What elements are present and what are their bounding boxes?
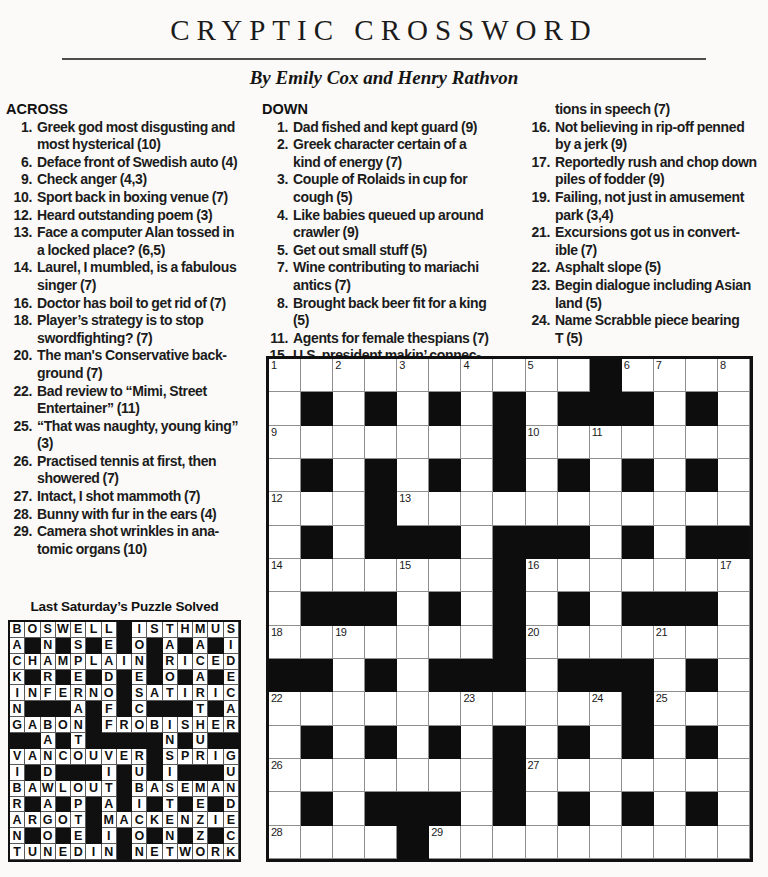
clue-text: “That was naughty, young king” (3) <box>37 418 238 453</box>
grid-cell[interactable] <box>397 692 429 725</box>
grid-cell[interactable] <box>333 826 365 859</box>
solved-cell-black <box>163 701 178 717</box>
clue-number: 23. <box>524 277 555 312</box>
grid-clue-number: 13 <box>399 492 410 505</box>
grid-cell[interactable] <box>718 592 750 625</box>
grid-cell[interactable]: 12 <box>269 492 301 525</box>
clue-text: Excursions got us in convert- ible (7) <box>555 224 740 259</box>
grid-cell[interactable] <box>461 526 493 559</box>
grid-cell[interactable] <box>333 759 365 792</box>
grid-cell[interactable] <box>558 692 590 725</box>
clue-text: Deface front of Swedish auto (4) <box>37 154 237 172</box>
solved-cell-letter: B <box>132 781 147 797</box>
solved-cell-letter: A <box>10 812 25 828</box>
grid-cell[interactable] <box>301 826 333 859</box>
solved-cell-letter: M <box>102 812 117 828</box>
grid-cell[interactable] <box>718 826 750 859</box>
grid-cell-black <box>622 459 654 492</box>
grid-cell-black <box>429 726 461 759</box>
grid-cell[interactable] <box>365 759 397 792</box>
grid-cell[interactable] <box>558 426 590 459</box>
grid-cell[interactable]: 1 <box>269 359 301 392</box>
solved-cell-letter: N <box>224 781 239 797</box>
grid-cell[interactable] <box>333 392 365 425</box>
grid-cell[interactable]: 22 <box>269 692 301 725</box>
grid-cell[interactable] <box>526 792 558 825</box>
grid-cell[interactable] <box>622 759 654 792</box>
grid-cell[interactable] <box>429 359 461 392</box>
grid-cell[interactable] <box>461 492 493 525</box>
clue: 3.Couple of Rolaids in cup for cough (5) <box>262 171 514 206</box>
solved-cell-letter: R <box>193 749 208 765</box>
clue-number: 13. <box>6 224 37 259</box>
grid-cell[interactable]: 21 <box>654 626 686 659</box>
grid-cell-black <box>686 726 718 759</box>
grid-cell[interactable] <box>558 759 590 792</box>
grid-cell[interactable] <box>493 826 525 859</box>
grid-cell[interactable] <box>397 426 429 459</box>
grid-cell[interactable] <box>654 659 686 692</box>
grid-cell[interactable] <box>365 626 397 659</box>
grid-cell[interactable] <box>718 659 750 692</box>
solved-cell-letter: G <box>10 717 25 733</box>
solved-cell-letter: D <box>71 844 86 860</box>
grid-cell[interactable] <box>558 626 590 659</box>
solved-cell-letter: C <box>132 701 147 717</box>
grid-cell[interactable] <box>686 559 718 592</box>
grid-cell-black <box>654 592 686 625</box>
solved-cell-letter: H <box>25 654 40 670</box>
grid-cell[interactable] <box>686 626 718 659</box>
grid-cell[interactable] <box>461 592 493 625</box>
grid-cell[interactable]: 6 <box>622 359 654 392</box>
grid-clue-number: 20 <box>528 626 539 639</box>
grid-cell-black <box>493 792 525 825</box>
grid-cell[interactable] <box>429 426 461 459</box>
grid-cell[interactable]: 4 <box>461 359 493 392</box>
grid-cell[interactable] <box>269 459 301 492</box>
grid-cell[interactable] <box>718 759 750 792</box>
grid-clue-number: 15 <box>399 559 410 572</box>
grid-cell[interactable] <box>269 592 301 625</box>
clue-text: Face a computer Alan tossed in a locked … <box>37 224 234 259</box>
solved-cell-letter: B <box>10 781 25 797</box>
grid-clue-number: 1 <box>271 359 277 372</box>
grid-cell[interactable] <box>493 692 525 725</box>
grid-cell[interactable] <box>622 426 654 459</box>
solved-cell-black <box>147 638 162 654</box>
grid-cell[interactable] <box>654 426 686 459</box>
solved-cell-letter: S <box>147 622 162 638</box>
grid-cell[interactable] <box>590 459 622 492</box>
solved-cell-letter: U <box>224 765 239 781</box>
clue: 22.Bad review to “Mimi, Street Entertain… <box>6 383 260 418</box>
solved-cell-letter: E <box>208 654 223 670</box>
solved-cell-letter: N <box>102 844 117 860</box>
clue-number: 29. <box>6 523 37 558</box>
grid-cell[interactable] <box>461 792 493 825</box>
grid-cell[interactable]: 28 <box>269 826 301 859</box>
grid-cell[interactable]: 24 <box>590 692 622 725</box>
solved-cell-black <box>208 701 223 717</box>
solved-cell-letter: P <box>178 749 193 765</box>
clue-number: 3. <box>262 171 293 206</box>
grid-clue-number: 23 <box>463 692 474 705</box>
solved-cell-letter: E <box>71 670 86 686</box>
puzzle-page: CRYPTIC CROSSWORD By Emily Cox and Henry… <box>0 0 768 877</box>
grid-cell[interactable] <box>333 526 365 559</box>
grid-cell[interactable]: 13 <box>397 492 429 525</box>
solved-cell-black <box>56 701 71 717</box>
grid-clue-number: 26 <box>271 759 282 772</box>
grid-cell[interactable] <box>333 792 365 825</box>
grid-cell-black <box>429 659 461 692</box>
grid-cell-black <box>493 759 525 792</box>
solved-cell-black <box>117 622 132 638</box>
grid-cell[interactable] <box>269 526 301 559</box>
grid-cell[interactable] <box>654 826 686 859</box>
solved-cell-black <box>147 765 162 781</box>
solved-cell-letter: D <box>224 797 239 813</box>
grid-cell-black <box>301 592 333 625</box>
grid-cell[interactable] <box>654 526 686 559</box>
grid-cell[interactable] <box>301 759 333 792</box>
byline: By Emily Cox and Henry Rathvon <box>0 67 768 89</box>
grid-cell[interactable] <box>429 692 461 725</box>
solved-cell-black <box>147 670 162 686</box>
clue-number: 19. <box>524 189 555 224</box>
grid-cell[interactable] <box>301 426 333 459</box>
solved-cell-black <box>86 797 101 813</box>
grid-cell[interactable] <box>461 826 493 859</box>
clue-number: 8. <box>262 295 293 330</box>
solved-cell-black <box>208 797 223 813</box>
clue-text: Greek character certain of a kind of ene… <box>293 136 466 171</box>
grid-cell-black <box>590 659 622 692</box>
grid-cell[interactable] <box>526 659 558 692</box>
grid-cell[interactable] <box>526 492 558 525</box>
grid-cell[interactable] <box>686 492 718 525</box>
grid-cell[interactable] <box>493 492 525 525</box>
down-clue-list-1: 1.Dad fished and kept guard (9)2.Greek c… <box>262 119 514 365</box>
clue: 7.Wine contributing to mariachi antics (… <box>262 259 514 294</box>
grid-cell[interactable] <box>654 559 686 592</box>
grid-cell[interactable]: 8 <box>718 359 750 392</box>
grid-cell[interactable]: 27 <box>526 759 558 792</box>
grid-cell[interactable] <box>654 759 686 792</box>
grid-cell[interactable]: 7 <box>654 359 686 392</box>
solved-cell-letter: A <box>102 797 117 813</box>
clue: 2.Greek character certain of a kind of e… <box>262 136 514 171</box>
grid-cell[interactable] <box>622 826 654 859</box>
grid-cell[interactable] <box>365 826 397 859</box>
grid-cell[interactable] <box>365 426 397 459</box>
grid-cell[interactable]: 3 <box>397 359 429 392</box>
solved-cell-letter: S <box>163 781 178 797</box>
solved-cell-letter: E <box>71 622 86 638</box>
grid-cell[interactable] <box>429 492 461 525</box>
grid-cell-black <box>365 592 397 625</box>
grid-cell[interactable] <box>333 659 365 692</box>
grid-cell[interactable] <box>590 526 622 559</box>
solved-cell-letter: N <box>41 844 56 860</box>
grid-clue-number: 7 <box>656 359 662 372</box>
solved-cell-letter: S <box>132 685 147 701</box>
grid-cell[interactable] <box>526 726 558 759</box>
grid-cell[interactable] <box>461 392 493 425</box>
grid-cell[interactable] <box>718 459 750 492</box>
clue: 9.Check anger (4,3) <box>6 171 260 189</box>
grid-cell-black <box>686 659 718 692</box>
grid-cell[interactable] <box>301 692 333 725</box>
grid-cell[interactable] <box>365 692 397 725</box>
grid-cell[interactable]: 29 <box>429 826 461 859</box>
solved-cell-letter: A <box>25 717 40 733</box>
solved-cell-black <box>56 797 71 813</box>
grid-cell[interactable] <box>397 626 429 659</box>
clue-number: 24. <box>524 312 555 347</box>
grid-cell[interactable] <box>397 759 429 792</box>
grid-cell[interactable] <box>397 726 429 759</box>
grid-cell[interactable] <box>654 492 686 525</box>
grid-cell[interactable] <box>654 726 686 759</box>
clue-number: 6. <box>6 154 37 172</box>
grid-cell[interactable] <box>461 559 493 592</box>
solved-cell-black <box>41 701 56 717</box>
grid-cell[interactable] <box>301 626 333 659</box>
grid-cell[interactable] <box>429 626 461 659</box>
solved-cell-letter: M <box>193 781 208 797</box>
grid-cell[interactable] <box>333 492 365 525</box>
solved-cell-letter: K <box>147 812 162 828</box>
solved-cell-letter: A <box>25 749 40 765</box>
grid-clue-number: 10 <box>528 426 539 439</box>
clue: 23.Begin dialogue including Asian land (… <box>524 277 766 312</box>
solved-cell-letter: R <box>25 812 40 828</box>
grid-cell[interactable] <box>718 692 750 725</box>
solved-cell-black <box>117 765 132 781</box>
solved-cell-letter: M <box>56 654 71 670</box>
clue-text: tions in speech (7) <box>555 101 670 119</box>
grid-cell[interactable]: 10 <box>526 426 558 459</box>
grid-cell-black <box>622 792 654 825</box>
solved-cell-black <box>208 670 223 686</box>
grid-cell[interactable] <box>718 426 750 459</box>
clue-text: Bad review to “Mimi, Street Entertainer”… <box>37 383 207 418</box>
solved-cell-letter: C <box>224 828 239 844</box>
grid-cell[interactable] <box>718 792 750 825</box>
clue: 29.Camera shot wrinkles in ana- tomic or… <box>6 523 260 558</box>
clue-number: 1. <box>6 119 37 154</box>
grid-cell[interactable] <box>397 659 429 692</box>
grid-cell[interactable] <box>590 626 622 659</box>
grid-cell[interactable] <box>365 559 397 592</box>
grid-cell[interactable] <box>686 826 718 859</box>
grid-cell[interactable] <box>718 726 750 759</box>
grid-cell[interactable]: 18 <box>269 626 301 659</box>
grid-cell[interactable] <box>558 559 590 592</box>
grid-cell[interactable] <box>301 359 333 392</box>
grid-cell[interactable] <box>269 726 301 759</box>
grid-cell[interactable] <box>333 426 365 459</box>
grid-cell[interactable]: 14 <box>269 559 301 592</box>
solved-cell-black <box>56 638 71 654</box>
solved-cell-letter: C <box>224 685 239 701</box>
grid-cell[interactable] <box>493 359 525 392</box>
solved-cell-letter: F <box>102 701 117 717</box>
grid-cell[interactable] <box>461 426 493 459</box>
grid-cell-black <box>558 726 590 759</box>
grid-cell[interactable] <box>429 759 461 792</box>
grid-cell-black <box>493 726 525 759</box>
grid-cell[interactable] <box>333 692 365 725</box>
grid-cell[interactable] <box>718 492 750 525</box>
clue: 14.Laurel, I mumbled, is a fabulous sing… <box>6 259 260 294</box>
solved-cell-letter: U <box>86 781 101 797</box>
grid-cell[interactable] <box>622 559 654 592</box>
grid-cell[interactable]: 2 <box>333 359 365 392</box>
clue-text: Laurel, I mumbled, is a fabulous singer … <box>37 259 236 294</box>
grid-cell-black <box>558 526 590 559</box>
clue-number: 5. <box>262 242 293 260</box>
clue: 1.Dad fished and kept guard (9) <box>262 119 514 137</box>
clue: 11.Agents for female thespians (7) <box>262 330 514 348</box>
grid-cell[interactable] <box>590 592 622 625</box>
grid-cell[interactable] <box>558 492 590 525</box>
grid-cell[interactable]: 15 <box>397 559 429 592</box>
solved-cell-letter: D <box>224 654 239 670</box>
grid-clue-number: 28 <box>271 826 282 839</box>
solved-cell-letter: R <box>71 685 86 701</box>
solved-cell-letter: I <box>86 844 101 860</box>
solved-cell-black <box>117 828 132 844</box>
clue-text: Bunny with fur in the ears (4) <box>37 506 216 524</box>
grid-cell[interactable] <box>558 359 590 392</box>
grid-cell[interactable] <box>333 726 365 759</box>
solved-cell-letter: I <box>117 654 132 670</box>
grid-cell[interactable] <box>333 559 365 592</box>
solved-cell-black <box>132 733 147 749</box>
grid-cell-black <box>558 459 590 492</box>
grid-cell-black <box>718 526 750 559</box>
grid-cell[interactable] <box>718 626 750 659</box>
grid-clue-number: 9 <box>271 426 277 439</box>
grid-cell[interactable]: 19 <box>333 626 365 659</box>
grid-cell[interactable] <box>461 626 493 659</box>
grid-cell[interactable] <box>397 592 429 625</box>
clue-text: Couple of Rolaids in cup for cough (5) <box>293 171 467 206</box>
grid-cell[interactable] <box>301 492 333 525</box>
solved-cell-letter: W <box>41 781 56 797</box>
grid-cell[interactable] <box>590 759 622 792</box>
grid-cell[interactable] <box>654 792 686 825</box>
solved-cell-letter: O <box>132 717 147 733</box>
grid-cell[interactable] <box>269 792 301 825</box>
solved-cell-letter: A <box>71 701 86 717</box>
grid-cell[interactable]: 20 <box>526 626 558 659</box>
solved-cell-letter: A <box>208 781 223 797</box>
grid-cell[interactable] <box>590 792 622 825</box>
solved-cell-letter: R <box>224 717 239 733</box>
grid-cell[interactable] <box>686 359 718 392</box>
grid-cell[interactable]: 5 <box>526 359 558 392</box>
grid-cell[interactable] <box>526 392 558 425</box>
solved-cell-letter: E <box>224 670 239 686</box>
grid-cell[interactable] <box>365 359 397 392</box>
solved-cell-letter: T <box>71 733 86 749</box>
grid-cell[interactable] <box>622 626 654 659</box>
grid-cell[interactable] <box>397 392 429 425</box>
grid-cell[interactable] <box>526 826 558 859</box>
solved-cell-letter: E <box>163 812 178 828</box>
grid-cell-black <box>622 526 654 559</box>
clue-number: 2. <box>262 136 293 171</box>
grid-cell[interactable] <box>718 392 750 425</box>
solved-cell-black <box>178 733 193 749</box>
solved-cell-black <box>25 701 40 717</box>
grid-cell[interactable] <box>654 459 686 492</box>
clue: 1.Greek god most disgusting and most hys… <box>6 119 260 154</box>
grid-cell[interactable] <box>686 426 718 459</box>
grid-cell[interactable]: 17 <box>718 559 750 592</box>
grid-cell[interactable] <box>333 459 365 492</box>
solved-cell-black <box>86 765 101 781</box>
grid-cell[interactable] <box>686 692 718 725</box>
grid-cell[interactable] <box>590 726 622 759</box>
grid-cell[interactable] <box>461 459 493 492</box>
solved-cell-letter: P <box>71 654 86 670</box>
clue: 16.Not believing in rip-off penned by a … <box>524 119 766 154</box>
grid-clue-number: 19 <box>335 626 346 639</box>
clue-number: 22. <box>524 259 555 277</box>
grid-cell[interactable] <box>590 559 622 592</box>
grid-cell[interactable]: 16 <box>526 559 558 592</box>
grid-cell[interactable] <box>654 392 686 425</box>
grid-cell[interactable] <box>526 692 558 725</box>
grid-clue-number: 24 <box>592 692 603 705</box>
grid-cell[interactable] <box>526 459 558 492</box>
grid-cell[interactable] <box>526 592 558 625</box>
grid-cell[interactable] <box>590 492 622 525</box>
grid-cell[interactable] <box>461 726 493 759</box>
grid-cell[interactable]: 9 <box>269 426 301 459</box>
grid-cell-black <box>622 692 654 725</box>
grid-cell[interactable] <box>622 492 654 525</box>
grid-cell[interactable]: 23 <box>461 692 493 725</box>
solved-cell-black <box>25 765 40 781</box>
grid-cell[interactable]: 25 <box>654 692 686 725</box>
grid-cell[interactable] <box>429 559 461 592</box>
grid-cell[interactable] <box>269 392 301 425</box>
solved-cell-letter: B <box>41 717 56 733</box>
grid-cell[interactable] <box>397 459 429 492</box>
grid-cell[interactable] <box>461 759 493 792</box>
clue-number: 26. <box>6 453 37 488</box>
clue-number: 18. <box>6 312 37 347</box>
grid-cell[interactable] <box>686 759 718 792</box>
solved-cell-letter: O <box>132 638 147 654</box>
solved-cell-letter: A <box>193 638 208 654</box>
grid-cell[interactable]: 26 <box>269 759 301 792</box>
solved-cell-letter: O <box>56 812 71 828</box>
solved-cell-letter: A <box>163 638 178 654</box>
grid-cell[interactable] <box>558 826 590 859</box>
clue: 4.Like babies queued up around crawler (… <box>262 207 514 242</box>
grid-cell[interactable]: 11 <box>590 426 622 459</box>
grid-cell-black <box>301 792 333 825</box>
grid-cell[interactable] <box>301 559 333 592</box>
grid-cell[interactable] <box>590 826 622 859</box>
